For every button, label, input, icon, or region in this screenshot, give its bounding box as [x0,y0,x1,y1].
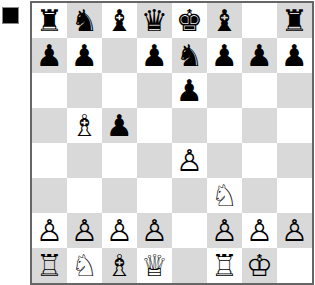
white-pawn-icon: ♙ [36,213,63,248]
square-a4[interactable] [32,143,67,178]
black-rook-icon: ♜ [281,3,308,38]
white-pawn-icon: ♙ [71,213,98,248]
square-d2[interactable]: ♙ [137,213,172,248]
square-b4[interactable] [67,143,102,178]
square-g8[interactable] [242,3,277,38]
square-d6[interactable] [137,73,172,108]
white-bishop-icon: ♗ [106,248,133,283]
square-e8[interactable]: ♚ [172,3,207,38]
square-a1[interactable]: ♖ [32,248,67,283]
square-g6[interactable] [242,73,277,108]
side-to-move-indicator [2,7,19,24]
square-g2[interactable]: ♙ [242,213,277,248]
square-g1[interactable]: ♔ [242,248,277,283]
square-e7[interactable]: ♞ [172,38,207,73]
square-g5[interactable] [242,108,277,143]
square-e6[interactable]: ♟ [172,73,207,108]
square-d8[interactable]: ♛ [137,3,172,38]
square-e2[interactable] [172,213,207,248]
square-c4[interactable] [102,143,137,178]
white-pawn-icon: ♙ [176,143,203,178]
square-h7[interactable]: ♟ [277,38,312,73]
white-knight-icon: ♘ [71,248,98,283]
white-king-icon: ♔ [246,248,273,283]
square-e5[interactable] [172,108,207,143]
black-rook-icon: ♜ [36,3,63,38]
chess-board: ♜♞♝♛♚♝♜♟♟♟♞♟♟♟♟♗♟♙♘♙♙♙♙♙♙♙♖♘♗♕♖♔ [30,1,314,285]
square-c3[interactable] [102,178,137,213]
square-d1[interactable]: ♕ [137,248,172,283]
white-pawn-icon: ♙ [106,213,133,248]
square-a5[interactable] [32,108,67,143]
square-b1[interactable]: ♘ [67,248,102,283]
black-knight-icon: ♞ [71,3,98,38]
square-d3[interactable] [137,178,172,213]
square-b7[interactable]: ♟ [67,38,102,73]
square-h4[interactable] [277,143,312,178]
square-f2[interactable]: ♙ [207,213,242,248]
square-f6[interactable] [207,73,242,108]
black-bishop-icon: ♝ [211,3,238,38]
square-f3[interactable]: ♘ [207,178,242,213]
white-pawn-icon: ♙ [281,213,308,248]
white-pawn-icon: ♙ [211,213,238,248]
square-f5[interactable] [207,108,242,143]
white-knight-icon: ♘ [211,178,238,213]
square-h1[interactable] [277,248,312,283]
square-a7[interactable]: ♟ [32,38,67,73]
square-b8[interactable]: ♞ [67,3,102,38]
square-d5[interactable] [137,108,172,143]
square-h3[interactable] [277,178,312,213]
square-a8[interactable]: ♜ [32,3,67,38]
chess-diagram: ♜♞♝♛♚♝♜♟♟♟♞♟♟♟♟♗♟♙♘♙♙♙♙♙♙♙♖♘♗♕♖♔ [0,0,315,285]
square-b2[interactable]: ♙ [67,213,102,248]
white-queen-icon: ♕ [141,248,168,283]
black-bishop-icon: ♝ [106,3,133,38]
white-rook-icon: ♖ [211,248,238,283]
square-g7[interactable]: ♟ [242,38,277,73]
white-rook-icon: ♖ [36,248,63,283]
square-b5[interactable]: ♗ [67,108,102,143]
black-pawn-icon: ♟ [246,38,273,73]
square-a2[interactable]: ♙ [32,213,67,248]
square-e4[interactable]: ♙ [172,143,207,178]
square-a6[interactable] [32,73,67,108]
black-king-icon: ♚ [176,3,203,38]
square-c7[interactable] [102,38,137,73]
black-pawn-icon: ♟ [106,108,133,143]
black-pawn-icon: ♟ [176,73,203,108]
square-d7[interactable]: ♟ [137,38,172,73]
square-h8[interactable]: ♜ [277,3,312,38]
square-h6[interactable] [277,73,312,108]
white-pawn-icon: ♙ [246,213,273,248]
square-c6[interactable] [102,73,137,108]
square-d4[interactable] [137,143,172,178]
black-pawn-icon: ♟ [211,38,238,73]
black-pawn-icon: ♟ [281,38,308,73]
square-f7[interactable]: ♟ [207,38,242,73]
square-e1[interactable] [172,248,207,283]
black-knight-icon: ♞ [176,38,203,73]
square-g3[interactable] [242,178,277,213]
square-h5[interactable] [277,108,312,143]
square-a3[interactable] [32,178,67,213]
square-c1[interactable]: ♗ [102,248,137,283]
square-h2[interactable]: ♙ [277,213,312,248]
black-pawn-icon: ♟ [71,38,98,73]
black-pawn-icon: ♟ [141,38,168,73]
square-c5[interactable]: ♟ [102,108,137,143]
square-f8[interactable]: ♝ [207,3,242,38]
white-pawn-icon: ♙ [141,213,168,248]
square-b3[interactable] [67,178,102,213]
square-c8[interactable]: ♝ [102,3,137,38]
square-f4[interactable] [207,143,242,178]
black-queen-icon: ♛ [141,3,168,38]
square-f1[interactable]: ♖ [207,248,242,283]
black-pawn-icon: ♟ [36,38,63,73]
square-c2[interactable]: ♙ [102,213,137,248]
square-g4[interactable] [242,143,277,178]
square-e3[interactable] [172,178,207,213]
white-bishop-icon: ♗ [71,108,98,143]
square-b6[interactable] [67,73,102,108]
